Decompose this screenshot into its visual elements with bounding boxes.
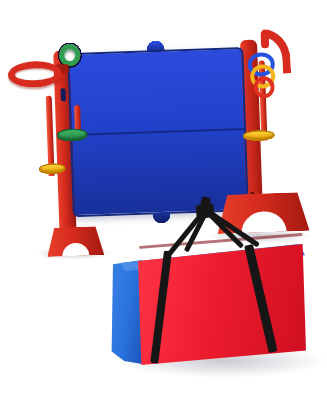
carry-bag xyxy=(0,0,327,400)
bag-handle-knot xyxy=(195,203,215,219)
product-photo xyxy=(0,0,327,400)
bag-end-panel xyxy=(109,260,142,364)
